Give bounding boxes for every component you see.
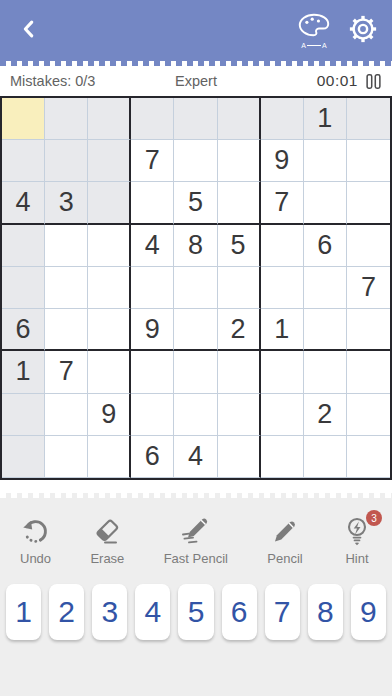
cell-r8c3[interactable]: 9	[88, 394, 131, 436]
cell-r5c3[interactable]	[88, 267, 131, 309]
numpad-button-4[interactable]: 4	[135, 584, 170, 640]
settings-button[interactable]	[348, 14, 378, 48]
numpad-button-2[interactable]: 2	[49, 584, 84, 640]
cell-r3c9[interactable]	[347, 182, 390, 224]
cell-r8c9[interactable]	[347, 394, 390, 436]
cell-r1c7[interactable]	[261, 98, 304, 140]
hint-button[interactable]: 3 Hint	[342, 514, 372, 566]
numpad-button-9[interactable]: 9	[351, 584, 386, 640]
cell-r6c2[interactable]	[45, 309, 88, 351]
top-bar-icons: AA	[298, 13, 378, 49]
cell-r7c8[interactable]	[304, 351, 347, 393]
cell-r4c2[interactable]	[45, 225, 88, 267]
fast-pencil-button[interactable]: Fast Pencil	[164, 514, 228, 566]
cell-r5c4[interactable]	[131, 267, 174, 309]
cell-r4c4[interactable]: 4	[131, 225, 174, 267]
cell-r7c9[interactable]	[347, 351, 390, 393]
cell-r8c5[interactable]	[174, 394, 217, 436]
cell-r7c7[interactable]	[261, 351, 304, 393]
cell-r6c1[interactable]: 6	[2, 309, 45, 351]
cell-r7c4[interactable]	[131, 351, 174, 393]
cell-r2c1[interactable]	[2, 140, 45, 182]
cell-r9c2[interactable]	[45, 436, 88, 478]
cell-r3c1[interactable]: 4	[2, 182, 45, 224]
cell-r8c1[interactable]	[2, 394, 45, 436]
cell-r3c6[interactable]	[218, 182, 261, 224]
cell-r7c5[interactable]	[174, 351, 217, 393]
pencil-icon	[270, 514, 300, 546]
cell-r2c5[interactable]	[174, 140, 217, 182]
status-row: Mistakes: 0/3 Expert 00:01	[0, 66, 392, 96]
cell-r2c8[interactable]	[304, 140, 347, 182]
cell-r2c6[interactable]	[218, 140, 261, 182]
cell-r1c1[interactable]	[2, 98, 45, 140]
cell-r3c4[interactable]	[131, 182, 174, 224]
fast-pencil-label: Fast Pencil	[164, 551, 228, 566]
cell-r3c2[interactable]: 3	[45, 182, 88, 224]
cell-r2c4[interactable]: 7	[131, 140, 174, 182]
settings-gear-icon	[348, 14, 378, 48]
cell-r4c1[interactable]	[2, 225, 45, 267]
numpad-button-8[interactable]: 8	[308, 584, 343, 640]
cell-r8c6[interactable]	[218, 394, 261, 436]
cell-r6c9[interactable]	[347, 309, 390, 351]
undo-button[interactable]: Undo	[20, 514, 51, 566]
undo-label: Undo	[20, 551, 51, 566]
pause-icon	[365, 73, 382, 90]
cell-r9c3[interactable]	[88, 436, 131, 478]
cell-r4c3[interactable]	[88, 225, 131, 267]
cell-r4c8[interactable]: 6	[304, 225, 347, 267]
cell-r7c2[interactable]: 7	[45, 351, 88, 393]
timer: 00:01	[317, 72, 358, 90]
top-bar: AA	[0, 0, 392, 61]
cell-r6c8[interactable]	[304, 309, 347, 351]
cell-r2c3[interactable]	[88, 140, 131, 182]
hint-bulb-icon: 3	[342, 514, 372, 546]
numpad-button-3[interactable]: 3	[92, 584, 127, 640]
undo-icon	[21, 514, 50, 546]
cell-r5c8[interactable]	[304, 267, 347, 309]
timer-group: 00:01	[258, 72, 382, 90]
cell-r3c3[interactable]	[88, 182, 131, 224]
cell-r2c9[interactable]	[347, 140, 390, 182]
cell-r8c4[interactable]	[131, 394, 174, 436]
cell-r3c5[interactable]: 5	[174, 182, 217, 224]
cell-r4c9[interactable]	[347, 225, 390, 267]
cell-r8c2[interactable]	[45, 394, 88, 436]
cell-r5c6[interactable]	[218, 267, 261, 309]
cell-r6c4[interactable]: 9	[131, 309, 174, 351]
theme-caption: AA	[301, 42, 326, 49]
cell-r1c8[interactable]: 1	[304, 98, 347, 140]
cell-r3c8[interactable]	[304, 182, 347, 224]
erase-label: Erase	[90, 551, 124, 566]
cell-r6c3[interactable]	[88, 309, 131, 351]
cell-r9c5[interactable]: 4	[174, 436, 217, 478]
numpad-button-7[interactable]: 7	[265, 584, 300, 640]
erase-button[interactable]: Erase	[90, 514, 124, 566]
white-strip	[0, 480, 392, 493]
cell-r1c4[interactable]	[131, 98, 174, 140]
cell-r7c6[interactable]	[218, 351, 261, 393]
cell-r1c2[interactable]	[45, 98, 88, 140]
cell-r9c6[interactable]	[218, 436, 261, 478]
cell-r7c1[interactable]: 1	[2, 351, 45, 393]
cell-r5c2[interactable]	[45, 267, 88, 309]
mistakes-counter: Mistakes: 0/3	[10, 73, 134, 89]
cell-r4c5[interactable]: 8	[174, 225, 217, 267]
numpad-button-1[interactable]: 1	[6, 584, 41, 640]
hint-badge: 3	[366, 510, 382, 526]
numpad-button-5[interactable]: 5	[178, 584, 213, 640]
cell-r3c7[interactable]: 7	[261, 182, 304, 224]
cell-r1c9[interactable]	[347, 98, 390, 140]
difficulty-label: Expert	[134, 73, 258, 89]
sudoku-app: AA	[0, 0, 392, 696]
cell-r6c6[interactable]: 2	[218, 309, 261, 351]
fast-pencil-icon	[180, 514, 212, 546]
cell-r5c7[interactable]	[261, 267, 304, 309]
cell-r7c3[interactable]	[88, 351, 131, 393]
bottom-panel: Undo Erase	[0, 498, 392, 696]
theme-button[interactable]: AA	[298, 13, 330, 49]
cell-r2c2[interactable]	[45, 140, 88, 182]
cell-r4c7[interactable]	[261, 225, 304, 267]
back-icon	[18, 18, 40, 44]
cell-r1c6[interactable]	[218, 98, 261, 140]
cell-r5c9[interactable]: 7	[347, 267, 390, 309]
pause-button[interactable]	[365, 73, 382, 90]
cell-r6c7[interactable]: 1	[261, 309, 304, 351]
pencil-button[interactable]: Pencil	[267, 514, 302, 566]
cell-r9c4[interactable]: 6	[131, 436, 174, 478]
cell-r9c8[interactable]	[304, 436, 347, 478]
cell-r8c7[interactable]	[261, 394, 304, 436]
cell-r8c8[interactable]: 2	[304, 394, 347, 436]
toolbar: Undo Erase	[0, 498, 392, 566]
cell-r1c3[interactable]	[88, 98, 131, 140]
cell-r5c1[interactable]	[2, 267, 45, 309]
cell-r9c7[interactable]	[261, 436, 304, 478]
cell-r2c7[interactable]: 9	[261, 140, 304, 182]
cell-r5c5[interactable]	[174, 267, 217, 309]
numpad-button-6[interactable]: 6	[222, 584, 257, 640]
numpad: 123456789	[0, 566, 392, 640]
cell-r9c1[interactable]	[2, 436, 45, 478]
cell-r1c5[interactable]	[174, 98, 217, 140]
cell-r9c9[interactable]	[347, 436, 390, 478]
theme-palette-icon	[298, 13, 330, 41]
eraser-icon	[92, 514, 122, 546]
pencil-label: Pencil	[267, 551, 302, 566]
board: 1794357485676921179264	[0, 96, 392, 480]
hint-label: Hint	[345, 551, 368, 566]
back-button[interactable]	[14, 16, 44, 46]
cell-r6c5[interactable]	[174, 309, 217, 351]
cell-r4c6[interactable]: 5	[218, 225, 261, 267]
